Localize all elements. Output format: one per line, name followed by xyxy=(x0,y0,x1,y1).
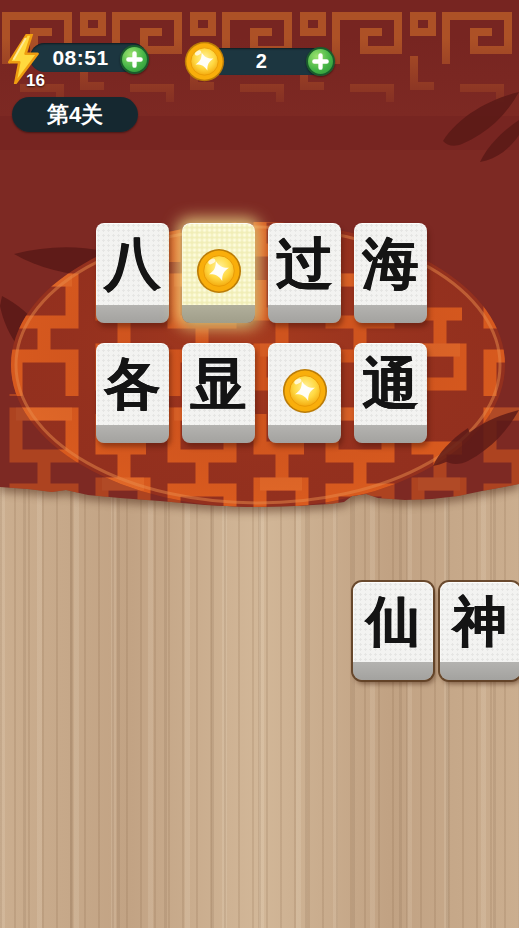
tile-strip xyxy=(96,305,169,323)
tile-face: 八 xyxy=(96,223,169,305)
tile-char: 过 xyxy=(277,236,333,292)
tile-char: 显 xyxy=(191,356,247,412)
board-tile-r1c1-八[interactable]: 八 xyxy=(96,223,169,323)
tile-strip xyxy=(353,662,433,680)
tile-strip xyxy=(96,425,169,443)
tile-strip xyxy=(354,305,427,323)
tile-char: 八 xyxy=(105,236,161,292)
add-energy-button[interactable] xyxy=(120,45,149,74)
plus-icon xyxy=(312,53,329,70)
coin-icon xyxy=(184,41,225,82)
board-tile-r2c2-显[interactable]: 显 xyxy=(182,343,255,443)
coin-icon xyxy=(282,368,328,414)
board-tile-r1c3-过[interactable]: 过 xyxy=(268,223,341,323)
board-tile-r2c4-通[interactable]: 通 xyxy=(354,343,427,443)
board-tile-r2c1-各[interactable]: 各 xyxy=(96,343,169,443)
tile-face: 过 xyxy=(268,223,341,305)
tile-char: 通 xyxy=(363,356,419,412)
energy-count: 16 xyxy=(26,71,45,91)
coin-icon xyxy=(184,41,225,82)
tile-face xyxy=(268,343,341,425)
tray-tile-神[interactable]: 神 xyxy=(440,582,519,680)
tile-strip xyxy=(354,425,427,443)
coin-icon xyxy=(196,248,242,294)
tile-strip xyxy=(182,305,255,323)
tile-char: 各 xyxy=(105,356,161,412)
game-screen: 08:51 16 2 xyxy=(0,0,519,928)
tile-char: 神 xyxy=(453,595,507,649)
plus-icon xyxy=(126,51,143,68)
energy-timer: 08:51 xyxy=(52,46,108,70)
tile-strip xyxy=(440,662,519,680)
tile-strip xyxy=(182,425,255,443)
tile-face: 仙 xyxy=(353,582,433,662)
tile-face: 各 xyxy=(96,343,169,425)
level-badge: 第4关 xyxy=(12,97,138,132)
tile-char: 仙 xyxy=(366,595,420,649)
board-coin-slot-r1c2[interactable] xyxy=(182,223,255,323)
tile-face: 海 xyxy=(354,223,427,305)
tile-face: 通 xyxy=(354,343,427,425)
tile-face xyxy=(182,223,255,305)
tray-tile-仙[interactable]: 仙 xyxy=(353,582,433,680)
tile-face: 神 xyxy=(440,582,519,662)
tile-face: 显 xyxy=(182,343,255,425)
tile-strip xyxy=(268,425,341,443)
board-coin-slot-r2c3[interactable] xyxy=(268,343,341,443)
tile-strip xyxy=(268,305,341,323)
tile-tray: 仙神 xyxy=(353,582,519,680)
level-badge-label: 第4关 xyxy=(47,100,103,130)
board-tile-r1c4-海[interactable]: 海 xyxy=(354,223,427,323)
idiom-board: 八 过海各显 通 xyxy=(96,223,427,443)
tile-char: 海 xyxy=(363,236,419,292)
add-coins-button[interactable] xyxy=(306,47,335,76)
coin-count: 2 xyxy=(256,50,268,73)
